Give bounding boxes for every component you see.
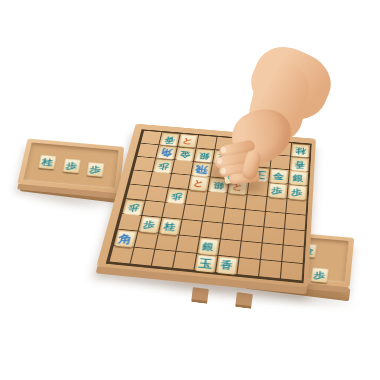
fingernail bbox=[221, 147, 226, 153]
piece-kanji: 香 bbox=[163, 135, 175, 143]
shogi-piece-歩[interactable]: 歩 bbox=[153, 159, 172, 173]
shogi-set-photo: 桂歩歩 桂金歩歩歩 香と桂角金銀金香歩飛王金銀と銀と歩歩歩歩歩桂角銀玉香 歩 bbox=[0, 0, 380, 380]
piece-kanji: 角 bbox=[159, 148, 173, 158]
piece-kanji: 歩 bbox=[90, 165, 102, 174]
fingernail bbox=[221, 168, 226, 174]
piece-kanji: 桂 bbox=[295, 147, 306, 155]
shogi-piece-角[interactable]: 角 bbox=[114, 230, 135, 247]
shogi-piece-香[interactable]: 香 bbox=[160, 133, 179, 147]
shogi-piece-香[interactable]: 香 bbox=[216, 256, 236, 274]
piece-kanji: 飛 bbox=[194, 164, 208, 174]
piece-kanji: 銀 bbox=[292, 174, 303, 183]
piece-kanji: 香 bbox=[293, 160, 304, 168]
piece-kanji: 歩 bbox=[271, 186, 283, 195]
board-leg bbox=[235, 292, 253, 309]
piece-kanji: 香 bbox=[220, 260, 233, 271]
piece-kanji: 歩 bbox=[291, 188, 303, 197]
piece-kanji: 歩 bbox=[127, 203, 140, 212]
piece-kanji: 桂 bbox=[41, 158, 53, 167]
shogi-piece-歩[interactable]: 歩 bbox=[63, 158, 81, 173]
piece-kanji: 銀 bbox=[198, 152, 210, 160]
piece-kanji: 銀 bbox=[202, 241, 215, 251]
shogi-piece-香[interactable]: 香 bbox=[290, 157, 307, 171]
piece-kanji: 歩 bbox=[143, 220, 156, 230]
shogi-piece-飛[interactable]: 飛 bbox=[192, 162, 211, 177]
shogi-piece-玉[interactable]: 玉 bbox=[195, 254, 216, 272]
shogi-piece-銀[interactable]: 銀 bbox=[289, 170, 307, 185]
shogi-piece-桂[interactable]: 桂 bbox=[291, 144, 308, 158]
fingernail bbox=[217, 158, 222, 164]
piece-kanji: 桂 bbox=[163, 222, 176, 232]
shogi-piece-角[interactable]: 角 bbox=[157, 145, 176, 159]
board-leg bbox=[191, 287, 209, 304]
shogi-piece-桂[interactable]: 桂 bbox=[159, 218, 179, 235]
shogi-piece-金[interactable]: 金 bbox=[175, 147, 194, 161]
shogi-piece-と[interactable]: と bbox=[189, 176, 208, 191]
piece-kanji: 歩 bbox=[157, 162, 169, 170]
piece-kanji: 金 bbox=[179, 150, 191, 158]
piece-kanji: 角 bbox=[117, 233, 133, 245]
shogi-piece-と[interactable]: と bbox=[178, 134, 196, 148]
shogi-piece-銀[interactable]: 銀 bbox=[198, 238, 218, 255]
shogi-piece-金[interactable]: 金 bbox=[270, 169, 288, 184]
piece-kanji: 歩 bbox=[314, 270, 326, 280]
piece-kanji: 歩 bbox=[170, 192, 183, 201]
shogi-piece-銀[interactable]: 銀 bbox=[194, 149, 212, 163]
capture-drawer-left[interactable]: 桂歩歩 bbox=[17, 139, 124, 194]
piece-kanji: と bbox=[192, 179, 204, 188]
shogi-piece-歩[interactable]: 歩 bbox=[268, 183, 286, 198]
piece-kanji: 玉 bbox=[198, 257, 214, 269]
piece-kanji: と bbox=[182, 137, 194, 145]
shogi-piece-歩[interactable]: 歩 bbox=[166, 188, 186, 203]
shogi-piece-歩[interactable]: 歩 bbox=[288, 185, 306, 200]
piece-kanji: 金 bbox=[273, 172, 284, 181]
